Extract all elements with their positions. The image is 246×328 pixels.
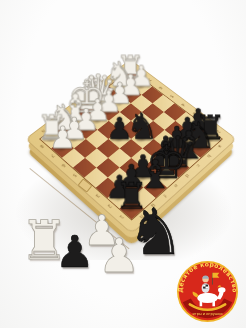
- badge-tagline: игры и игрушки: [193, 312, 223, 316]
- white-pawn-h2: ♟: [49, 123, 76, 153]
- display-black-knight: ♞: [127, 200, 184, 264]
- rider-checker-light: [203, 285, 205, 287]
- coordinate-label: 8: [39, 144, 45, 149]
- coordinate-label: 6: [158, 86, 164, 91]
- coordinate-label: 5: [169, 94, 175, 99]
- coordinate-label: 3: [94, 193, 101, 199]
- coordinate-label: 5: [71, 173, 78, 179]
- square-h2: ♟: [51, 139, 74, 158]
- coordinate-label: 6: [60, 163, 67, 169]
- coordinate-label: e: [173, 183, 180, 189]
- horse-head: [218, 287, 225, 293]
- horse-body: [197, 293, 218, 303]
- coordinate-label: 7: [49, 153, 55, 159]
- rider-checker-light: [206, 287, 208, 289]
- product-photo-canvas: { "game": "chess", "scene": "product pho…: [0, 0, 246, 328]
- coordinate-label: a: [217, 144, 224, 149]
- coordinate-label: b: [206, 153, 213, 159]
- brand-badge: Десятое королевство игры и игрушки: [176, 260, 239, 323]
